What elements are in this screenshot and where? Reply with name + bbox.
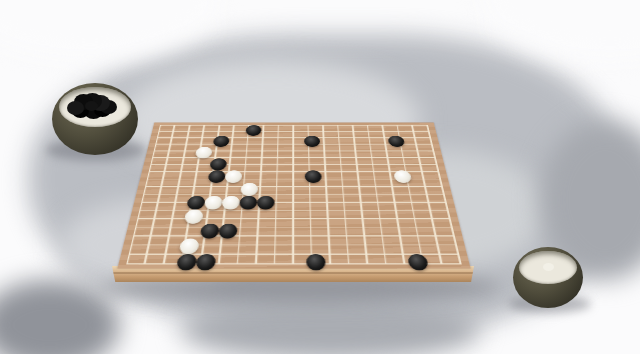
black-stone	[195, 254, 216, 270]
board-side-groove	[112, 272, 474, 274]
black-stone	[304, 136, 320, 147]
white-stone	[224, 171, 242, 184]
black-stone	[176, 254, 198, 270]
black-stone-bowl	[52, 83, 138, 155]
white-stone	[179, 239, 200, 255]
black-stones-pile	[85, 101, 98, 111]
white-stone	[393, 171, 412, 184]
white-stone	[184, 210, 204, 224]
go-board-grid	[127, 125, 461, 264]
black-stone	[306, 254, 326, 270]
go-scene	[0, 0, 640, 354]
black-stone	[245, 125, 261, 136]
black-stone	[387, 136, 405, 147]
white-stones-pile	[543, 263, 554, 271]
white-stone	[240, 183, 258, 196]
black-stone	[200, 224, 220, 239]
background-wash-dark	[0, 280, 120, 354]
go-board	[117, 123, 470, 269]
black-stone	[239, 196, 257, 210]
white-stone	[204, 196, 223, 210]
black-stone	[407, 254, 429, 270]
black-stone	[304, 171, 321, 184]
black-stone	[209, 159, 227, 171]
white-stone-bowl	[513, 247, 583, 308]
white-stone	[221, 196, 240, 210]
black-stone	[207, 171, 225, 184]
black-stone	[213, 136, 230, 147]
background-wash-dark	[180, 300, 480, 354]
white-stone	[195, 147, 213, 159]
black-stone	[186, 196, 206, 210]
black-stone	[218, 224, 238, 239]
black-stone	[257, 196, 275, 210]
